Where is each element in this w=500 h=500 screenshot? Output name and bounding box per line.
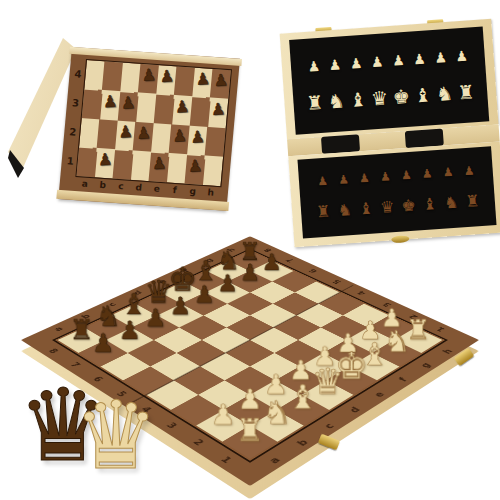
case-lid: ♟♟♟♟♟♟♟♟ ♜♞♝♛♚♝♞♜ (280, 19, 499, 140)
dark-pawn-piece: ♟ (92, 331, 115, 356)
dark-pawn-magnet: ♟ (97, 152, 112, 169)
fold-file-label: a (75, 178, 94, 190)
light-rook-in-case: ♜ (306, 93, 324, 113)
light-pawn-in-case: ♟ (392, 53, 406, 68)
dark-pawn-magnet: ♟ (103, 94, 118, 111)
dark-pawn-magnet: ♟ (195, 71, 210, 88)
fold-rank-label: 3 (69, 97, 83, 109)
folded-board-face: 4321 abcdefgh ♟♟♟♟♟♟♟♟♟♟♟♟♟♟♟ (58, 47, 240, 211)
light-pawn-piece: ♟ (211, 401, 236, 429)
dark-queen-piece: ♛ (145, 276, 173, 307)
dark-pawn-in-case: ♟ (421, 167, 433, 180)
light-knight-in-case: ♞ (435, 84, 453, 104)
light-bishop-in-case: ♝ (414, 86, 432, 106)
light-majors-tray-row: ♜♞♝♛♚♝♞♜ (293, 82, 488, 114)
dark-pawn-in-case: ♟ (380, 170, 392, 183)
light-queen-in-case: ♛ (370, 89, 388, 109)
light-knight-in-case: ♞ (327, 92, 345, 112)
dark-pawn-in-case: ♟ (401, 169, 413, 182)
dark-pawn-magnet: ♟ (136, 125, 151, 142)
product-image: 4321 abcdefgh ♟♟♟♟♟♟♟♟♟♟♟♟♟♟♟ ♟♟♟♟♟♟♟♟ ♜… (0, 0, 500, 500)
dark-pawn-magnet: ♟ (159, 68, 174, 85)
light-pawn-in-case: ♟ (370, 54, 384, 69)
light-knight-piece: ♞ (262, 397, 291, 429)
light-king-in-case: ♚ (392, 87, 410, 107)
dark-pawn-magnet: ♟ (141, 67, 156, 84)
dark-rook-piece: ♜ (70, 316, 94, 343)
dark-pawn-magnet: ♟ (190, 129, 205, 146)
light-bishop-in-case: ♝ (349, 90, 367, 110)
dark-pawn-in-case: ♟ (442, 166, 454, 179)
dark-bishop-piece: ♝ (121, 290, 147, 319)
dark-pawn-magnet: ♟ (213, 72, 228, 89)
dark-pawn-magnet: ♟ (211, 101, 226, 118)
dark-pawn-piece: ♟ (217, 272, 238, 295)
dark-pawn-in-case: ♟ (338, 173, 350, 186)
dark-pawn-magnet: ♟ (121, 95, 136, 112)
light-queen-piece: ♛ (74, 389, 158, 483)
dark-pawn-magnet: ♟ (175, 99, 190, 116)
rank-label: 5 (321, 274, 353, 290)
standalone-pieces: ♛ ♛ (16, 376, 166, 500)
dark-pawn-in-case: ♟ (463, 164, 475, 177)
light-pawns-tray-row: ♟♟♟♟♟♟♟♟ (291, 47, 486, 74)
dark-pawn-magnet: ♟ (187, 158, 202, 175)
dark-pawn-in-case: ♟ (317, 175, 329, 188)
light-pawn-in-case: ♟ (455, 48, 469, 63)
dark-pawns-tray-row: ♟♟♟♟♟♟♟♟ (299, 163, 493, 189)
magnetic-pawns: ♟♟♟♟♟♟♟♟♟♟♟♟♟♟♟ (76, 60, 230, 186)
dark-pawn-magnet: ♟ (172, 128, 187, 145)
light-pawn-in-case: ♟ (307, 59, 321, 74)
dark-knight-piece: ♞ (95, 302, 121, 330)
light-bishop-piece: ♝ (288, 381, 318, 414)
dark-pawn-piece: ♟ (240, 261, 261, 284)
case-lid-felt: ♟♟♟♟♟♟♟♟ ♜♞♝♛♚♝♞♜ (289, 26, 489, 134)
folded-magnetic-board: 4321 abcdefgh ♟♟♟♟♟♟♟♟♟♟♟♟♟♟♟ (8, 0, 264, 215)
square-d6 (179, 315, 226, 340)
fold-rank-label: 1 (63, 155, 77, 167)
dark-pawn-magnet: ♟ (151, 155, 166, 172)
dark-pawn-piece: ♟ (144, 306, 166, 331)
dark-pawn-in-case: ♟ (359, 172, 371, 185)
fold-rank-label: 4 (71, 68, 85, 80)
light-rook-in-case: ♜ (457, 83, 475, 103)
light-pawn-piece: ♟ (238, 386, 263, 413)
light-pawn-in-case: ♟ (349, 56, 363, 71)
dark-pawn-magnet: ♟ (118, 124, 133, 141)
dark-pawn-piece: ♟ (194, 283, 215, 307)
rank-label: 6 (298, 263, 329, 278)
light-pawn-in-case: ♟ (434, 50, 448, 65)
light-pawn-in-case: ♟ (328, 57, 342, 72)
dark-pawn-piece: ♟ (170, 294, 192, 318)
fold-rank-label: 2 (66, 126, 80, 138)
light-pawn-in-case: ♟ (413, 51, 427, 66)
light-rook-piece: ♜ (236, 415, 264, 446)
dark-pawn-piece: ♟ (119, 318, 141, 343)
